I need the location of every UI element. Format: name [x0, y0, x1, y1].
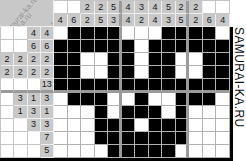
board-cell-empty[interactable]: [135, 66, 149, 79]
board-cell-filled[interactable]: [216, 40, 230, 53]
row-clue-cell: [1, 27, 14, 40]
board-cell-empty[interactable]: [54, 145, 68, 158]
row-clue-cell: 1: [14, 106, 27, 119]
column-clue-cell: 2: [81, 1, 95, 14]
board-cell-filled[interactable]: [162, 119, 176, 132]
board-cell-empty[interactable]: [216, 132, 230, 145]
board-cell-empty[interactable]: [176, 66, 190, 79]
row-clues: 446622222222133131313375: [0, 27, 54, 158]
board-cell-filled[interactable]: [203, 66, 217, 79]
board-cell-empty[interactable]: [135, 53, 149, 66]
board-cell-empty[interactable]: [149, 27, 163, 40]
board-cell-filled[interactable]: [149, 119, 163, 132]
board-cell-filled[interactable]: [135, 145, 149, 158]
board-cell-filled[interactable]: [216, 66, 230, 79]
board-cell-filled[interactable]: [162, 132, 176, 145]
board-cell-filled[interactable]: [216, 53, 230, 66]
board-cell-filled[interactable]: [176, 119, 190, 132]
board-cell-empty[interactable]: [135, 40, 149, 53]
column-clue-cell: 5: [162, 1, 176, 14]
column-clue-cell: 5: [108, 1, 122, 14]
row-clue-cell: [1, 79, 14, 92]
board-cell-filled[interactable]: [95, 119, 109, 132]
board-cell-empty[interactable]: [81, 66, 95, 79]
board-cell-filled[interactable]: [108, 27, 122, 40]
board-cell-filled[interactable]: [162, 53, 176, 66]
board-cell-filled[interactable]: [95, 79, 109, 92]
board-cell-empty[interactable]: [189, 106, 203, 119]
board-cell-filled[interactable]: [135, 93, 149, 106]
column-clue-cell: [54, 1, 68, 14]
row-clue-cell: [14, 132, 27, 145]
board-cell-empty[interactable]: [216, 106, 230, 119]
board-cell-filled[interactable]: [122, 53, 136, 66]
board-cell-empty[interactable]: [68, 106, 82, 119]
board-cell-filled[interactable]: [162, 27, 176, 40]
row-clue-cell: [28, 132, 41, 145]
board-cell-filled[interactable]: [108, 53, 122, 66]
column-clue-cell: 5: [176, 14, 190, 27]
board-cell-empty[interactable]: [95, 145, 109, 158]
board-cell-filled[interactable]: [189, 79, 203, 92]
board-cell-filled[interactable]: [68, 93, 82, 106]
row-clue-cell: [28, 145, 41, 158]
board-cell-filled[interactable]: [216, 79, 230, 92]
board-cell-filled[interactable]: [54, 79, 68, 92]
board-cell-filled[interactable]: [95, 132, 109, 145]
row-clue-cell: 3: [41, 93, 54, 106]
board-cell-empty[interactable]: [54, 106, 68, 119]
row-clue-cell: [14, 27, 27, 40]
board-cell-filled[interactable]: [108, 132, 122, 145]
board-cell-empty[interactable]: [68, 132, 82, 145]
row-clue-cell: 4: [28, 27, 41, 40]
board-cell-empty[interactable]: [203, 145, 217, 158]
board-cell-empty[interactable]: [135, 119, 149, 132]
row-clue-cell: 2: [41, 66, 54, 79]
row-clue-cell: 3: [28, 119, 41, 132]
board-cell-empty[interactable]: [216, 119, 230, 132]
row-clue-cell: [1, 119, 14, 132]
row-clue-cell: 2: [1, 53, 14, 66]
board-cell-empty[interactable]: [68, 119, 82, 132]
row-clue-cell: 3: [28, 106, 41, 119]
nonogram-puzzle: samurai-ka.ru samurai-ka.ru samurai-ka.r…: [0, 0, 246, 161]
board-cell-empty[interactable]: [216, 93, 230, 106]
column-clue-cell: 4: [122, 14, 136, 27]
board-cell-empty[interactable]: [122, 27, 136, 40]
board-cell-filled[interactable]: [81, 93, 95, 106]
row-clue-cell: 2: [28, 66, 41, 79]
column-clue-cell: 3: [162, 14, 176, 27]
row-clue-cell: 13: [41, 79, 54, 92]
board-cell-filled[interactable]: [68, 53, 82, 66]
column-clue-cell: 4: [54, 14, 68, 27]
column-clue-cell: 6: [203, 14, 217, 27]
board-cell-filled[interactable]: [122, 145, 136, 158]
row-clue-cell: [14, 145, 27, 158]
row-clue-cell: 1: [28, 93, 41, 106]
row-clue-cell: 3: [41, 119, 54, 132]
board-cell-filled[interactable]: [203, 79, 217, 92]
column-clue-cell: 2: [81, 14, 95, 27]
board-cell-filled[interactable]: [108, 79, 122, 92]
board-cell-filled[interactable]: [149, 53, 163, 66]
column-clue-cell: [216, 1, 230, 14]
board-cell-filled[interactable]: [95, 106, 109, 119]
board-cell-empty[interactable]: [54, 27, 68, 40]
board-cell-filled[interactable]: [68, 27, 82, 40]
board-cell-filled[interactable]: [95, 93, 109, 106]
board-cell-filled[interactable]: [203, 93, 217, 106]
row-clue-cell: [14, 79, 27, 92]
row-clue-cell: [14, 40, 27, 53]
board-cell-filled[interactable]: [149, 106, 163, 119]
board-cell-filled[interactable]: [203, 53, 217, 66]
board-cell-filled[interactable]: [54, 40, 68, 53]
column-clue-cell: 3: [108, 14, 122, 27]
board-cell-empty[interactable]: [189, 145, 203, 158]
board-cell-filled[interactable]: [135, 79, 149, 92]
board-cell-empty[interactable]: [95, 53, 109, 66]
board-cell-empty[interactable]: [81, 53, 95, 66]
board-cell-filled[interactable]: [122, 40, 136, 53]
column-clue-cell: 5: [95, 14, 109, 27]
board-cell-filled[interactable]: [162, 40, 176, 53]
board-cell-filled[interactable]: [122, 66, 136, 79]
board-cell-empty[interactable]: [176, 53, 190, 66]
column-clue-cell: 3: [135, 1, 149, 14]
board-cell-filled[interactable]: [122, 79, 136, 92]
board-cell-empty[interactable]: [203, 106, 217, 119]
row-clue-cell: 2: [14, 66, 27, 79]
board-cell-empty[interactable]: [122, 93, 136, 106]
column-clues: 2254345224625342435264: [54, 0, 230, 27]
column-clue-cell: 2: [95, 1, 109, 14]
board-cell-empty[interactable]: [189, 53, 203, 66]
board-cell-empty[interactable]: [54, 93, 68, 106]
row-clue-cell: 2: [1, 66, 14, 79]
board-cell-filled[interactable]: [189, 27, 203, 40]
board-cell-empty[interactable]: [81, 106, 95, 119]
board-cell-filled[interactable]: [68, 66, 82, 79]
board-cell-filled[interactable]: [149, 145, 163, 158]
board-cell-filled[interactable]: [149, 66, 163, 79]
board-cell-empty[interactable]: [135, 27, 149, 40]
board-cell-filled[interactable]: [95, 40, 109, 53]
board-cell-filled[interactable]: [135, 106, 149, 119]
board-cell-empty[interactable]: [54, 119, 68, 132]
site-watermark: SAMURAI-KA.RU: [233, 27, 246, 161]
board-cell-filled[interactable]: [95, 27, 109, 40]
board-cell-filled[interactable]: [54, 53, 68, 66]
board-cell-empty[interactable]: [189, 132, 203, 145]
board-cell-filled[interactable]: [68, 40, 82, 53]
column-clue-cell: [68, 1, 82, 14]
board-cell-filled[interactable]: [189, 93, 203, 106]
column-clue-cell: 2: [189, 1, 203, 14]
board-cell-empty[interactable]: [203, 119, 217, 132]
board-cell-filled[interactable]: [176, 132, 190, 145]
column-clue-cell: 4: [216, 14, 230, 27]
board-cell-filled[interactable]: [203, 40, 217, 53]
column-clue-cell: 4: [149, 1, 163, 14]
row-clue-cell: 1: [41, 106, 54, 119]
board-cell-filled[interactable]: [68, 79, 82, 92]
row-clue-cell: 7: [41, 132, 54, 145]
board-cell-empty[interactable]: [149, 93, 163, 106]
column-clue-cell: 2: [176, 1, 190, 14]
board-cell-filled[interactable]: [108, 119, 122, 132]
board-cell-filled[interactable]: [176, 27, 190, 40]
board-cell-filled[interactable]: [122, 119, 136, 132]
row-clue-cell: 3: [14, 93, 27, 106]
board-cell-empty[interactable]: [68, 145, 82, 158]
board-cell-filled[interactable]: [176, 40, 190, 53]
puzzle-grid: [54, 27, 230, 158]
board-cell-filled[interactable]: [54, 66, 68, 79]
board-cell-empty[interactable]: [108, 93, 122, 106]
board-cell-empty[interactable]: [216, 145, 230, 158]
board-cell-empty[interactable]: [189, 66, 203, 79]
board-cell-filled[interactable]: [122, 106, 136, 119]
board-cell-empty[interactable]: [54, 132, 68, 145]
grid-bottom-border: [0, 158, 233, 161]
board-cell-filled[interactable]: [162, 145, 176, 158]
board-cell-empty[interactable]: [203, 132, 217, 145]
board-cell-filled[interactable]: [189, 40, 203, 53]
row-clue-cell: [1, 132, 14, 145]
row-clue-cell: 2: [14, 53, 27, 66]
board-cell-filled[interactable]: [203, 27, 217, 40]
row-clue-cell: 6: [28, 40, 41, 53]
board-cell-filled[interactable]: [162, 66, 176, 79]
board-cell-empty[interactable]: [81, 119, 95, 132]
row-clue-cell: [28, 79, 41, 92]
board-cell-empty[interactable]: [81, 145, 95, 158]
row-clue-cell: 2: [28, 53, 41, 66]
board-cell-filled[interactable]: [122, 132, 136, 145]
board-cell-filled[interactable]: [176, 93, 190, 106]
row-clue-cell: [1, 93, 14, 106]
column-clue-cell: 2: [189, 14, 203, 27]
board-cell-filled[interactable]: [135, 132, 149, 145]
row-clue-cell: 4: [41, 27, 54, 40]
row-clue-cell: 5: [41, 145, 54, 158]
board-cell-empty[interactable]: [216, 27, 230, 40]
board-cell-empty[interactable]: [176, 145, 190, 158]
board-cell-filled[interactable]: [149, 40, 163, 53]
board-cell-filled[interactable]: [108, 145, 122, 158]
board-cell-empty[interactable]: [162, 93, 176, 106]
board-cell-filled[interactable]: [108, 66, 122, 79]
column-clue-cell: 4: [149, 14, 163, 27]
board-cell-empty[interactable]: [108, 106, 122, 119]
corner-watermark: samurai-ka.ru samurai-ka.ru samurai-ka.r…: [0, 0, 54, 27]
board-cell-filled[interactable]: [81, 79, 95, 92]
row-clue-cell: [1, 40, 14, 53]
board-cell-filled[interactable]: [149, 79, 163, 92]
row-clue-cell: [14, 119, 27, 132]
board-cell-filled[interactable]: [176, 79, 190, 92]
row-clue-cell: [1, 145, 14, 158]
board-cell-filled[interactable]: [176, 106, 190, 119]
board-cell-empty[interactable]: [81, 132, 95, 145]
column-clue-cell: 6: [68, 14, 82, 27]
board-cell-empty[interactable]: [189, 119, 203, 132]
board-cell-empty[interactable]: [162, 106, 176, 119]
board-cell-empty[interactable]: [95, 66, 109, 79]
board-cell-filled[interactable]: [149, 132, 163, 145]
corner-watermark-text: samurai-ka.ru: [29, 9, 54, 27]
column-clue-cell: 2: [135, 14, 149, 27]
row-clue-cell: [1, 106, 14, 119]
board-cell-filled[interactable]: [162, 79, 176, 92]
board-cell-filled[interactable]: [81, 40, 95, 53]
board-cell-filled[interactable]: [81, 27, 95, 40]
row-clue-cell: 6: [41, 40, 54, 53]
column-clue-cell: 4: [122, 1, 136, 14]
board-cell-filled[interactable]: [108, 40, 122, 53]
column-clue-cell: [203, 1, 217, 14]
row-clue-cell: 2: [41, 53, 54, 66]
